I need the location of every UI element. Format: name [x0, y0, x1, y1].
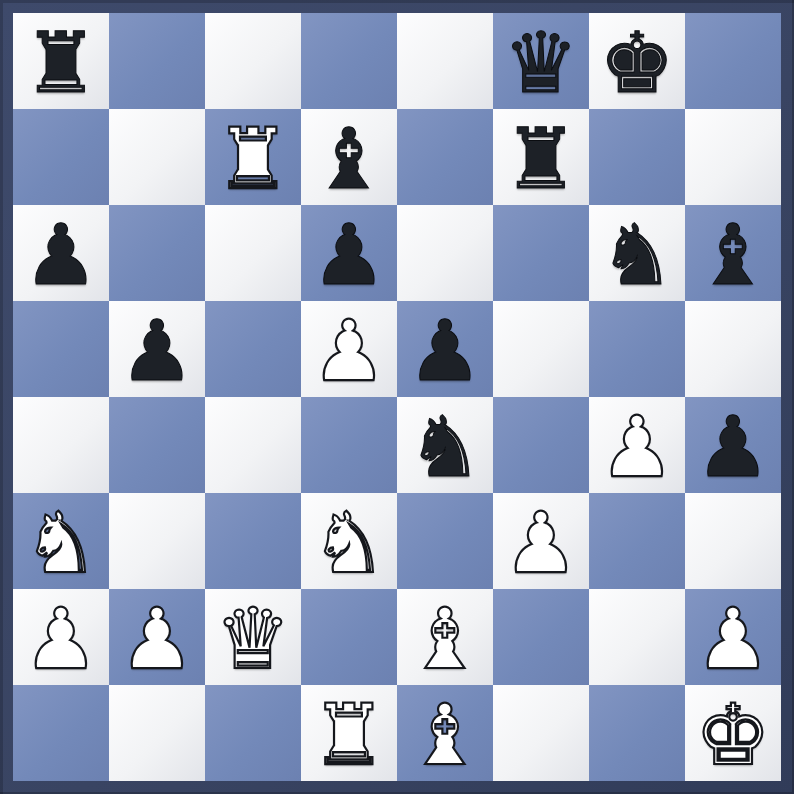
- square-f1[interactable]: [493, 685, 589, 781]
- square-a4[interactable]: [13, 397, 109, 493]
- square-e3[interactable]: [397, 493, 493, 589]
- square-f4[interactable]: [493, 397, 589, 493]
- square-h5[interactable]: [685, 301, 781, 397]
- piece-black-bishop[interactable]: ♝: [311, 117, 386, 201]
- board-frame: ♜♛♚♜♝♜♟♟♞♝♟♟♟♞♟♟♞♞♟♟♟♛♝♟♜♝♚: [0, 0, 794, 794]
- piece-white-queen[interactable]: ♛: [215, 597, 290, 681]
- square-h6[interactable]: ♝: [685, 205, 781, 301]
- square-d2[interactable]: [301, 589, 397, 685]
- piece-black-pawn[interactable]: ♟: [119, 309, 194, 393]
- square-d6[interactable]: ♟: [301, 205, 397, 301]
- piece-white-rook[interactable]: ♜: [215, 117, 290, 201]
- square-d4[interactable]: [301, 397, 397, 493]
- piece-white-bishop[interactable]: ♝: [407, 693, 482, 777]
- piece-white-pawn[interactable]: ♟: [23, 597, 98, 681]
- square-e1[interactable]: ♝: [397, 685, 493, 781]
- piece-white-pawn[interactable]: ♟: [503, 501, 578, 585]
- square-c5[interactable]: [205, 301, 301, 397]
- square-e5[interactable]: ♟: [397, 301, 493, 397]
- square-f3[interactable]: ♟: [493, 493, 589, 589]
- square-g4[interactable]: ♟: [589, 397, 685, 493]
- square-c3[interactable]: [205, 493, 301, 589]
- piece-white-rook[interactable]: ♜: [311, 693, 386, 777]
- square-b7[interactable]: [109, 109, 205, 205]
- piece-white-pawn[interactable]: ♟: [119, 597, 194, 681]
- square-d3[interactable]: ♞: [301, 493, 397, 589]
- piece-black-rook[interactable]: ♜: [503, 117, 578, 201]
- square-b2[interactable]: ♟: [109, 589, 205, 685]
- square-d5[interactable]: ♟: [301, 301, 397, 397]
- square-g1[interactable]: [589, 685, 685, 781]
- piece-white-knight[interactable]: ♞: [23, 501, 98, 585]
- square-a6[interactable]: ♟: [13, 205, 109, 301]
- square-e2[interactable]: ♝: [397, 589, 493, 685]
- square-e8[interactable]: [397, 13, 493, 109]
- square-g3[interactable]: [589, 493, 685, 589]
- piece-black-knight[interactable]: ♞: [407, 405, 482, 489]
- square-b5[interactable]: ♟: [109, 301, 205, 397]
- square-b6[interactable]: [109, 205, 205, 301]
- square-d7[interactable]: ♝: [301, 109, 397, 205]
- square-h3[interactable]: [685, 493, 781, 589]
- square-d1[interactable]: ♜: [301, 685, 397, 781]
- square-g8[interactable]: ♚: [589, 13, 685, 109]
- piece-black-bishop[interactable]: ♝: [695, 213, 770, 297]
- piece-black-pawn[interactable]: ♟: [23, 213, 98, 297]
- square-a8[interactable]: ♜: [13, 13, 109, 109]
- piece-black-king[interactable]: ♚: [599, 21, 674, 105]
- square-f2[interactable]: [493, 589, 589, 685]
- square-a3[interactable]: ♞: [13, 493, 109, 589]
- square-f5[interactable]: [493, 301, 589, 397]
- square-a2[interactable]: ♟: [13, 589, 109, 685]
- square-b8[interactable]: [109, 13, 205, 109]
- piece-black-rook[interactable]: ♜: [23, 21, 98, 105]
- square-h4[interactable]: ♟: [685, 397, 781, 493]
- square-d8[interactable]: [301, 13, 397, 109]
- chess-board: ♜♛♚♜♝♜♟♟♞♝♟♟♟♞♟♟♞♞♟♟♟♛♝♟♜♝♚: [13, 13, 781, 781]
- square-c4[interactable]: [205, 397, 301, 493]
- square-f6[interactable]: [493, 205, 589, 301]
- square-g7[interactable]: [589, 109, 685, 205]
- piece-black-pawn[interactable]: ♟: [311, 213, 386, 297]
- square-h1[interactable]: ♚: [685, 685, 781, 781]
- square-f7[interactable]: ♜: [493, 109, 589, 205]
- square-g6[interactable]: ♞: [589, 205, 685, 301]
- piece-white-king[interactable]: ♚: [695, 693, 770, 777]
- piece-black-pawn[interactable]: ♟: [695, 405, 770, 489]
- piece-white-pawn[interactable]: ♟: [695, 597, 770, 681]
- square-f8[interactable]: ♛: [493, 13, 589, 109]
- square-a7[interactable]: [13, 109, 109, 205]
- square-b4[interactable]: [109, 397, 205, 493]
- square-b1[interactable]: [109, 685, 205, 781]
- square-g2[interactable]: [589, 589, 685, 685]
- square-h2[interactable]: ♟: [685, 589, 781, 685]
- square-c1[interactable]: [205, 685, 301, 781]
- square-a1[interactable]: [13, 685, 109, 781]
- square-c8[interactable]: [205, 13, 301, 109]
- square-b3[interactable]: [109, 493, 205, 589]
- square-h7[interactable]: [685, 109, 781, 205]
- square-c7[interactable]: ♜: [205, 109, 301, 205]
- square-g5[interactable]: [589, 301, 685, 397]
- piece-white-bishop[interactable]: ♝: [407, 597, 482, 681]
- square-e4[interactable]: ♞: [397, 397, 493, 493]
- piece-white-pawn[interactable]: ♟: [599, 405, 674, 489]
- piece-white-knight[interactable]: ♞: [311, 501, 386, 585]
- piece-black-queen[interactable]: ♛: [503, 21, 578, 105]
- piece-black-knight[interactable]: ♞: [599, 213, 674, 297]
- piece-white-pawn[interactable]: ♟: [311, 309, 386, 393]
- square-c6[interactable]: [205, 205, 301, 301]
- square-a5[interactable]: [13, 301, 109, 397]
- piece-black-pawn[interactable]: ♟: [407, 309, 482, 393]
- square-e7[interactable]: [397, 109, 493, 205]
- square-e6[interactable]: [397, 205, 493, 301]
- square-h8[interactable]: [685, 13, 781, 109]
- square-c2[interactable]: ♛: [205, 589, 301, 685]
